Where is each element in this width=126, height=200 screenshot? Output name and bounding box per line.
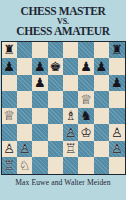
square-b3 [17,124,32,141]
square-g2 [94,141,109,158]
author-line: Max Euwe and Walter Meiden [0,178,126,187]
square-d3 [48,124,63,141]
black-knight: ♞ [80,109,92,122]
black-pawn: ♟ [3,60,15,73]
black-pawn: ♟ [96,60,108,73]
white-rook: ♖ [3,159,15,172]
square-b6 [17,75,32,92]
square-c3 [32,124,47,141]
black-rook: ♜ [111,43,123,56]
white-pawn: ♙ [65,126,77,139]
square-a4: ♕ [2,108,17,125]
black-king: ♚ [49,60,61,73]
black-pawn: ♟ [80,60,92,73]
square-b8 [17,42,32,59]
white-bishop: ♗ [65,109,77,122]
square-e2: ♖ [63,141,78,158]
square-f2 [78,141,93,158]
square-e8 [63,42,78,59]
square-h2: ♙ [109,141,124,158]
square-b4 [17,108,32,125]
square-b1: ♘ [17,157,32,174]
square-g6 [94,75,109,92]
square-h4 [109,108,124,125]
white-king: ♔ [80,126,92,139]
white-queen: ♕ [3,109,15,122]
square-f8 [78,42,93,59]
white-pawn: ♙ [19,142,31,155]
square-e3: ♙ [63,124,78,141]
square-a7: ♟ [2,58,17,75]
square-e4: ♗ [63,108,78,125]
square-a3 [2,124,17,141]
black-pawn: ♟ [111,76,123,89]
square-a5 [2,91,17,108]
square-b7 [17,58,32,75]
white-knight: ♘ [19,159,31,172]
white-pawn: ♙ [111,142,123,155]
square-c6: ♟ [32,75,47,92]
book-cover: CHESS MASTER VS. CHESS AMATEUR ♜♜♟♟♚♟♟♟♟… [0,0,126,200]
book-title: CHESS MASTER VS. CHESS AMATEUR [0,0,126,38]
black-rook: ♜ [3,43,15,56]
square-h1 [109,157,124,174]
square-h7 [109,58,124,75]
square-d5 [48,91,63,108]
square-d1 [48,157,63,174]
square-f4: ♞ [78,108,93,125]
square-g1 [94,157,109,174]
white-pawn: ♙ [3,142,15,155]
square-h3: ♙ [109,124,124,141]
square-f7: ♟ [78,58,93,75]
square-c4 [32,108,47,125]
square-h8: ♜ [109,42,124,59]
square-f6 [78,75,93,92]
square-c5 [32,91,47,108]
square-h6: ♟ [109,75,124,92]
square-a1: ♖ [2,157,17,174]
square-a2: ♙ [2,141,17,158]
square-e5 [63,91,78,108]
square-f1 [78,157,93,174]
square-g5 [94,91,109,108]
title-line-3: CHESS AMATEUR [0,25,126,38]
black-pawn: ♟ [34,60,46,73]
square-e7 [63,58,78,75]
chess-board: ♜♜♟♟♚♟♟♟♟♕♕♗♞♙♔♙♙♙♖♙♖♘ [1,41,126,175]
square-d7: ♚ [48,58,63,75]
square-e1 [63,157,78,174]
square-f5: ♕ [78,91,93,108]
black-pawn: ♟ [34,76,46,89]
square-e6 [63,75,78,92]
square-g3 [94,124,109,141]
square-a8: ♜ [2,42,17,59]
white-pawn: ♙ [111,126,123,139]
square-f3: ♔ [78,124,93,141]
square-g7: ♟ [94,58,109,75]
white-queen: ♕ [80,93,92,106]
square-g8 [94,42,109,59]
square-h5 [109,91,124,108]
square-d6 [48,75,63,92]
square-d8 [48,42,63,59]
square-c1 [32,157,47,174]
square-b5 [17,91,32,108]
square-g4 [94,108,109,125]
square-c2 [32,141,47,158]
square-c8 [32,42,47,59]
square-a6 [2,75,17,92]
square-d4 [48,108,63,125]
square-c7: ♟ [32,58,47,75]
square-b2: ♙ [17,141,32,158]
square-d2 [48,141,63,158]
white-rook: ♖ [65,142,77,155]
